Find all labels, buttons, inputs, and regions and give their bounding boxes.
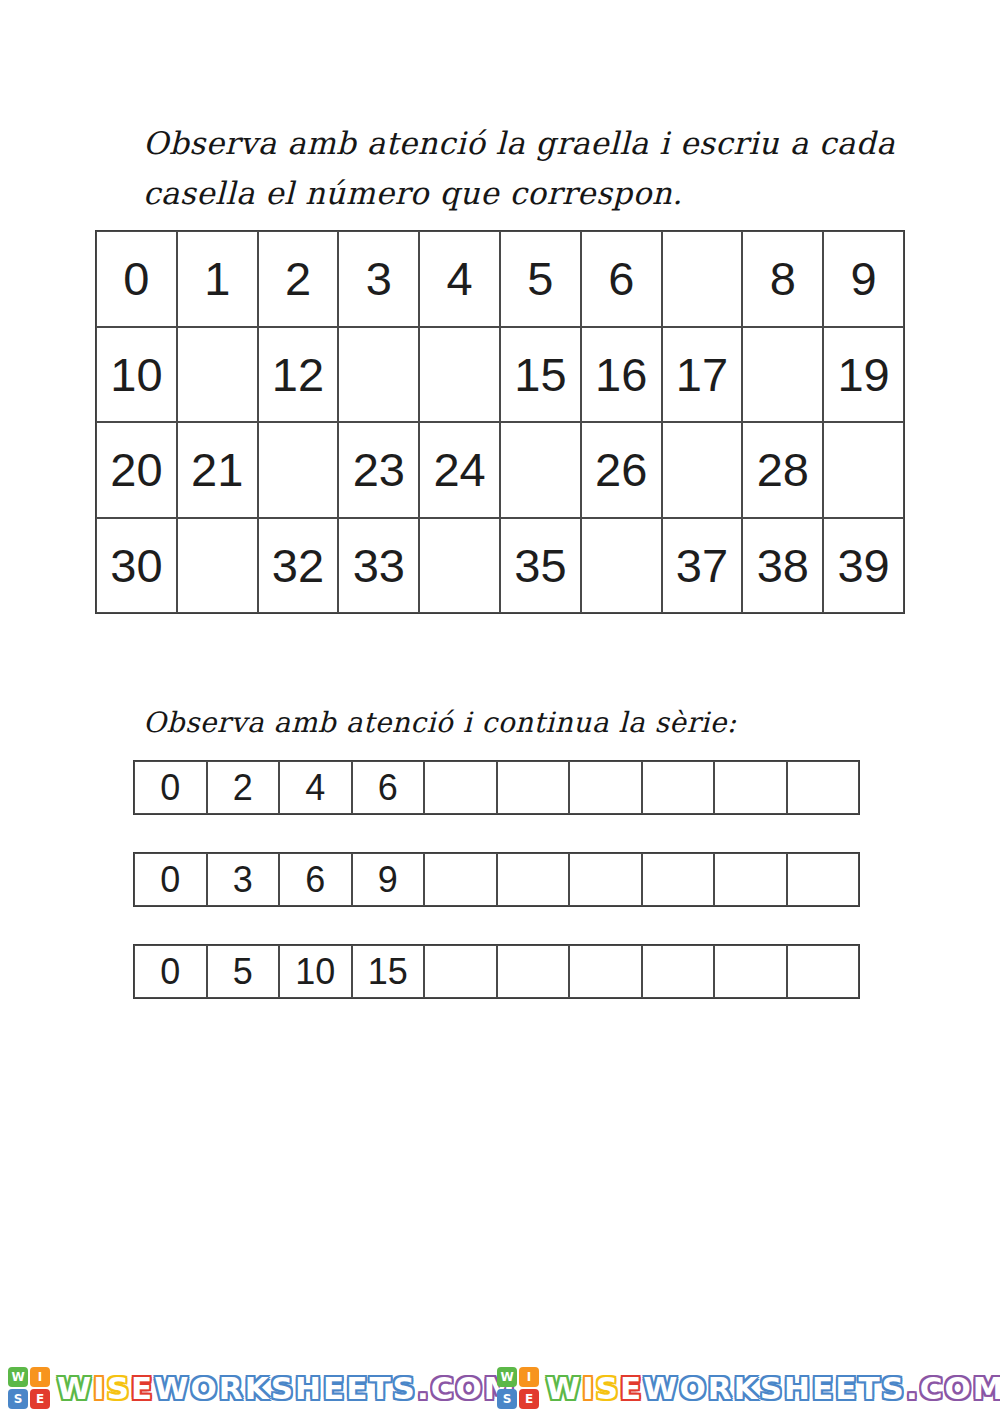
empty-answer-cell[interactable] [177,518,258,614]
exercise2-instruction: Observa amb atenció i continua la sèrie: [143,706,737,739]
empty-answer-cell[interactable] [497,853,570,906]
number-cell: 2 [258,231,339,327]
empty-answer-cell[interactable] [497,761,570,814]
series-row-plus3: 0369 [133,852,860,907]
number-cell: 28 [742,422,823,518]
brand-letter: T [368,1370,391,1406]
number-cell: 8 [742,231,823,327]
logo-tile-e: E [519,1389,539,1409]
empty-answer-cell[interactable] [787,853,860,906]
empty-answer-cell[interactable] [787,761,860,814]
number-cell: 4 [279,761,352,814]
brand-letter: K [244,1370,270,1406]
empty-answer-cell[interactable] [714,853,787,906]
logo-tile-i: I [519,1367,539,1387]
number-cell: 3 [207,853,280,906]
number-cell: 33 [338,518,419,614]
number-cell: 10 [96,327,177,423]
brand-letter: W [642,1370,678,1406]
wise-logo-icon: WISE [497,1367,539,1409]
empty-answer-cell[interactable] [424,853,497,906]
number-cell: 0 [134,853,207,906]
empty-answer-cell[interactable] [569,761,642,814]
brand-letter: W [545,1370,581,1406]
brand-letter: E [130,1370,153,1406]
empty-answer-cell[interactable] [714,761,787,814]
brand-letter: R [218,1370,244,1406]
number-cell: 6 [352,761,425,814]
empty-answer-cell[interactable] [742,327,823,423]
empty-answer-cell[interactable] [419,327,500,423]
number-cell: 4 [419,231,500,327]
number-chart-grid: 0123456891012151617192021232426283032333… [95,230,905,614]
number-cell: 30 [96,518,177,614]
brand-letter: S [270,1370,294,1406]
brand-letter: I [581,1370,595,1406]
number-cell: 2 [207,761,280,814]
number-cell: 9 [823,231,904,327]
number-cell: 21 [177,422,258,518]
number-cell: 35 [500,518,581,614]
brand-letter: H [783,1370,811,1406]
number-cell: 32 [258,518,339,614]
brand-letter: C [430,1370,455,1406]
number-cell: 6 [279,853,352,906]
brand-letter: I [92,1370,106,1406]
brand-letter: H [294,1370,322,1406]
brand-letter: R [707,1370,733,1406]
empty-answer-cell[interactable] [662,231,743,327]
brand-letter: E [345,1370,368,1406]
number-cell: 39 [823,518,904,614]
logo-tile-i: I [30,1367,50,1387]
empty-answer-cell[interactable] [662,422,743,518]
brand-letter: . [905,1370,919,1406]
exercise1-instruction-line2: casella el número que correspon. [143,168,895,218]
worksheet-page: Observa amb atenció la graella i escriu … [0,0,1000,1413]
number-cell: 15 [500,327,581,423]
brand-letter: O [454,1370,482,1406]
series-row-plus5: 051015 [133,944,860,999]
wiseworksheets-watermark: WISEWISEWORKSHEETS.COM [8,1366,516,1410]
brand-letter: . [416,1370,430,1406]
number-cell: 12 [258,327,339,423]
brand-text: WISEWORKSHEETS.COM [56,1370,516,1406]
number-cell: 16 [581,327,662,423]
empty-answer-cell[interactable] [823,422,904,518]
number-cell: 6 [581,231,662,327]
brand-letter: S [881,1370,905,1406]
brand-letter: O [189,1370,217,1406]
brand-letter: E [322,1370,345,1406]
number-cell: 9 [352,853,425,906]
empty-answer-cell[interactable] [714,945,787,998]
empty-answer-cell[interactable] [338,327,419,423]
empty-answer-cell[interactable] [642,761,715,814]
number-cell: 1 [177,231,258,327]
empty-answer-cell[interactable] [424,761,497,814]
empty-answer-cell[interactable] [497,945,570,998]
brand-letter: M [972,1370,1000,1406]
brand-letter: E [811,1370,834,1406]
empty-answer-cell[interactable] [581,518,662,614]
brand-letter: W [153,1370,189,1406]
brand-letter: S [595,1370,619,1406]
number-cell: 0 [96,231,177,327]
logo-tile-w: W [497,1367,517,1387]
brand-letter: K [733,1370,759,1406]
logo-tile-s: S [497,1389,517,1409]
empty-answer-cell[interactable] [419,518,500,614]
brand-letter: S [759,1370,783,1406]
number-cell: 5 [500,231,581,327]
brand-letter: O [943,1370,971,1406]
brand-letter: O [678,1370,706,1406]
exercise1-instruction: Observa amb atenció la graella i escriu … [143,118,895,218]
wiseworksheets-watermark: WISEWISEWORKSHEETS.COM [497,1366,1000,1410]
series-row-plus2: 0246 [133,760,860,815]
empty-answer-cell[interactable] [424,945,497,998]
logo-tile-w: W [8,1367,28,1387]
number-cell: 10 [279,945,352,998]
logo-tile-e: E [30,1389,50,1409]
number-cell: 23 [338,422,419,518]
empty-answer-cell[interactable] [569,945,642,998]
number-cell: 5 [207,945,280,998]
brand-letter: E [834,1370,857,1406]
number-cell: 3 [338,231,419,327]
brand-letter: S [392,1370,416,1406]
brand-letter: W [56,1370,92,1406]
empty-answer-cell[interactable] [500,422,581,518]
number-cell: 0 [134,945,207,998]
empty-answer-cell[interactable] [642,853,715,906]
number-cell: 17 [662,327,743,423]
empty-answer-cell[interactable] [569,853,642,906]
brand-letter: C [919,1370,944,1406]
wise-logo-icon: WISE [8,1367,50,1409]
logo-tile-s: S [8,1389,28,1409]
number-cell: 38 [742,518,823,614]
empty-answer-cell[interactable] [642,945,715,998]
brand-letter: E [619,1370,642,1406]
number-cell: 20 [96,422,177,518]
empty-answer-cell[interactable] [787,945,860,998]
number-cell: 24 [419,422,500,518]
number-cell: 15 [352,945,425,998]
empty-answer-cell[interactable] [258,422,339,518]
number-cell: 0 [134,761,207,814]
number-cell: 26 [581,422,662,518]
empty-answer-cell[interactable] [177,327,258,423]
number-cell: 19 [823,327,904,423]
brand-text: WISEWORKSHEETS.COM [545,1370,1000,1406]
brand-letter: S [106,1370,130,1406]
brand-letter: T [857,1370,880,1406]
number-cell: 37 [662,518,743,614]
exercise1-instruction-line1: Observa amb atenció la graella i escriu … [143,118,895,168]
